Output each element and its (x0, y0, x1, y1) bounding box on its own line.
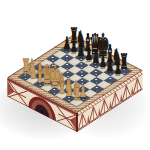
piece-black-pawn-h7: ♟ (111, 60, 125, 77)
piece-white-rook-h1: ♜ (70, 82, 84, 104)
product-photo-scene: ♜♞♝♛♚♝♞♜♟♟♟♟♟♟♟♟♟♟♟♟♟♟♟♟♜♞♝♛♚♝♞♜ (0, 0, 150, 150)
